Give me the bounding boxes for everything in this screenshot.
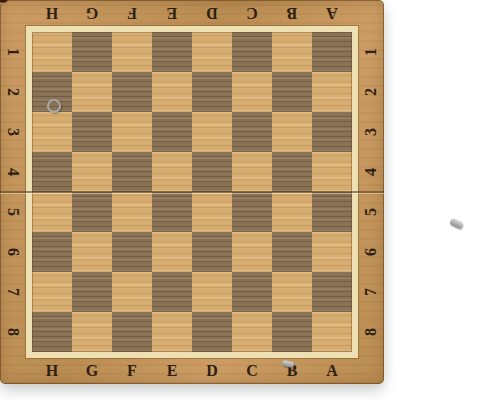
chess-set-photo: HH11GG22FF33EE44DD55CC66BB77AA88 ♜♞♝♛♚♝♞… [0,0,500,400]
file-label-far: B [287,5,298,21]
rank-label-right: 1 [363,48,379,56]
rank-label-left: 2 [5,88,21,96]
file-label-near: A [326,363,338,379]
file-label-far: F [127,5,137,21]
file-label-near: F [127,363,137,379]
rank-label-left: 4 [5,168,21,176]
rank-label-right: 6 [363,248,379,256]
file-label-far: H [46,5,58,21]
rank-label-right: 2 [363,88,379,96]
file-label-far: C [246,5,258,21]
rank-label-right: 5 [363,208,379,216]
metal-clasp-icon [449,218,464,230]
file-label-far: G [86,5,98,21]
rank-label-right: 8 [363,328,379,336]
rank-label-left: 7 [5,288,21,296]
file-label-near: E [167,363,178,379]
metal-clasp-icon [47,99,61,113]
chess-board: HH11GG22FF33EE44DD55CC66BB77AA88 [0,0,384,384]
rank-label-left: 5 [5,208,21,216]
file-label-far: D [206,5,218,21]
rank-label-right: 3 [363,128,379,136]
rank-label-left: 8 [5,328,21,336]
rank-label-right: 7 [363,288,379,296]
rank-label-right: 4 [363,168,379,176]
file-label-far: A [326,5,338,21]
file-label-far: E [167,5,178,21]
file-label-near: C [246,363,258,379]
fold-seam [0,191,384,193]
rank-label-left: 1 [5,48,21,56]
rank-label-left: 6 [5,248,21,256]
rank-label-left: 3 [5,128,21,136]
file-label-near: G [86,363,98,379]
file-label-near: D [206,363,218,379]
file-label-near: H [46,363,58,379]
